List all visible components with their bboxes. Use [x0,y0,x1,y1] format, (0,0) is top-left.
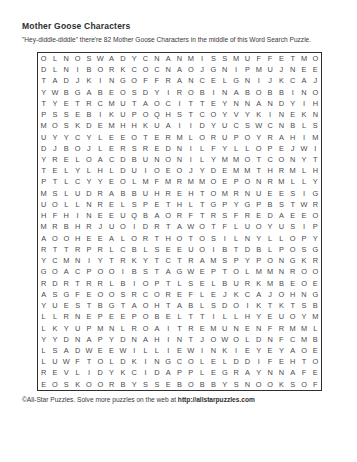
grid-cell: N [276,368,287,379]
grid-cell: B [310,334,321,345]
grid-cell: D [49,278,60,289]
grid-cell: O [72,53,83,64]
grid-cell: E [208,75,219,86]
grid-cell: E [253,210,264,221]
grid-cell: H [151,334,162,345]
grid-cell: L [129,177,140,188]
grid-cell: B [174,379,185,390]
grid-cell: D [140,222,151,233]
grid-cell: A [83,87,94,98]
grid-cell: W [185,222,196,233]
grid-cell: J [276,64,287,75]
grid-cell: L [196,356,207,367]
grid-cell: T [185,98,196,109]
grid-cell: B [95,87,106,98]
grid-cell: B [129,266,140,277]
grid-cell: R [264,177,275,188]
grid-cell: R [106,379,117,390]
grid-cell: E [298,210,309,221]
grid-cell: U [151,120,162,131]
grid-cell: U [230,278,241,289]
grid-cell: E [310,64,321,75]
grid-cell: Q [151,109,162,120]
grid-cell: R [242,210,253,221]
grid-cell: Y [38,87,49,98]
grid-cell: U [49,356,60,367]
grid-cell: C [163,98,174,109]
grid-cell: R [208,132,219,143]
grid-cell: P [230,177,241,188]
grid-cell: W [298,199,309,210]
grid-cell: C [95,98,106,109]
grid-cell: R [208,210,219,221]
grid-cell: Y [276,345,287,356]
grid-cell: N [298,289,309,300]
grid-cell: D [117,334,128,345]
grid-cell: R [140,233,151,244]
grid-cell: Y [49,334,60,345]
grid-cell: J [72,75,83,86]
grid-cell: N [61,53,72,64]
grid-cell: M [106,120,117,131]
grid-cell: F [264,323,275,334]
grid-cell: N [129,334,140,345]
grid-cell: B [129,188,140,199]
grid-cell: A [140,98,151,109]
grid-cell: E [287,278,298,289]
grid-cell: M [287,323,298,334]
grid-cell: T [72,278,83,289]
grid-cell: U [49,300,60,311]
grid-cell: O [140,64,151,75]
grid-cell: J [219,289,230,300]
grid-cell: O [140,323,151,334]
grid-cell: R [163,188,174,199]
grid-cell: E [95,345,106,356]
grid-cell: A [230,87,241,98]
grid-cell: P [230,255,241,266]
grid-cell: L [310,323,321,334]
grid-cell: E [151,143,162,154]
grid-cell: E [298,64,309,75]
grid-cell: O [151,289,162,300]
grid-cell: R [310,255,321,266]
grid-cell: H [242,311,253,322]
grid-cell: H [72,222,83,233]
grid-cell: Y [219,143,230,154]
grid-cell: S [310,120,321,131]
grid-cell: J [264,75,275,86]
grid-cell: M [230,154,241,165]
grid-cell: T [72,98,83,109]
grid-cell: G [61,289,72,300]
grid-cell: I [95,109,106,120]
grid-cell: N [242,98,253,109]
grid-cell: I [298,132,309,143]
grid-cell: C [49,255,60,266]
grid-cell: U [219,132,230,143]
grid-cell: C [72,266,83,277]
grid-cell: R [38,278,49,289]
grid-cell: E [242,345,253,356]
grid-cell: H [95,165,106,176]
page-title: Mother Goose Characters [22,21,131,31]
grid-cell: B [196,379,207,390]
grid-cell: R [185,255,196,266]
grid-cell: L [61,188,72,199]
grid-cell: Y [140,255,151,266]
grid-cell: B [61,143,72,154]
grid-cell: N [106,75,117,86]
grid-cell: K [253,109,264,120]
grid-cell: S [83,53,94,64]
grid-cell: T [129,98,140,109]
grid-cell: A [38,233,49,244]
grid-cell: C [174,356,185,367]
grid-cell: B [117,188,128,199]
grid-cell: I [83,255,94,266]
grid-cell: U [276,222,287,233]
grid-cell: L [38,356,49,367]
grid-cell: N [163,64,174,75]
grid-cell: K [276,75,287,86]
grid-cell: O [140,311,151,322]
grid-cell: T [185,311,196,322]
grid-cell: F [264,356,275,367]
grid-cell: P [174,368,185,379]
grid-cell: W [83,345,94,356]
grid-cell: D [151,368,162,379]
grid-cell: D [61,75,72,86]
grid-cell: K [140,120,151,131]
grid-cell: E [208,289,219,300]
grid-cell: T [174,323,185,334]
grid-cell: K [298,255,309,266]
grid-cell: E [49,368,60,379]
grid-cell: A [174,75,185,86]
grid-cell: I [129,222,140,233]
grid-cell: O [253,222,264,233]
grid-cell: D [196,120,207,131]
grid-cell: N [276,266,287,277]
grid-cell: I [230,64,241,75]
grid-cell: U [106,222,117,233]
grid-cell: I [83,368,94,379]
grid-cell: L [117,233,128,244]
grid-cell: T [49,244,60,255]
grid-cell: D [140,87,151,98]
grid-cell: O [276,154,287,165]
grid-cell: O [151,98,162,109]
grid-cell: D [242,356,253,367]
grid-cell: O [264,379,275,390]
grid-cell: O [83,154,94,165]
grid-cell: I [196,53,207,64]
grid-cell: O [140,278,151,289]
grid-cell: U [276,311,287,322]
grid-cell: C [196,75,207,86]
grid-cell: Y [253,233,264,244]
grid-cell: B [276,278,287,289]
grid-cell: S [174,109,185,120]
grid-cell: O [196,132,207,143]
grid-cell: R [230,188,241,199]
grid-cell: O [163,210,174,221]
grid-cell: R [38,368,49,379]
grid-cell: E [196,266,207,277]
grid-cell: O [230,334,241,345]
grid-cell: P [95,334,106,345]
grid-cell: F [298,368,309,379]
grid-cell: K [49,323,60,334]
grid-cell: E [61,154,72,165]
grid-cell: D [117,356,128,367]
grid-cell: C [106,154,117,165]
grid-cell: E [310,368,321,379]
grid-cell: G [174,266,185,277]
grid-cell: D [264,210,275,221]
grid-cell: P [276,244,287,255]
grid-cell: H [174,199,185,210]
grid-cell: A [253,98,264,109]
grid-cell: F [140,75,151,86]
grid-cell: S [151,379,162,390]
grid-cell: H [163,109,174,120]
grid-cell: T [253,165,264,176]
grid-cell: B [129,154,140,165]
grid-cell: C [264,120,275,131]
grid-cell: Y [242,109,253,120]
grid-cell: O [95,64,106,75]
grid-cell: N [242,379,253,390]
grid-cell: U [72,188,83,199]
grid-cell: L [106,356,117,367]
grid-cell: K [276,300,287,311]
grid-cell: O [298,278,309,289]
grid-cell: E [106,87,117,98]
grid-cell: L [106,165,117,176]
grid-cell: J [95,222,106,233]
grid-cell: J [310,75,321,86]
grid-cell: P [310,222,321,233]
grid-cell: M [287,165,298,176]
grid-cell: E [95,233,106,244]
grid-cell: Y [230,199,241,210]
grid-cell: E [106,345,117,356]
grid-cell: D [72,345,83,356]
grid-cell: B [196,87,207,98]
grid-cell: E [310,345,321,356]
footer-text: ©All-Star Puzzles. Solve more puzzles on… [22,396,178,403]
grid-cell: O [242,154,253,165]
grid-cell: B [242,87,253,98]
grid-cell: E [106,132,117,143]
grid-cell: P [264,143,275,154]
grid-cell: I [253,356,264,367]
grid-cell: M [264,266,275,277]
grid-cell: R [310,199,321,210]
grid-cell: L [117,199,128,210]
grid-cell: B [264,199,275,210]
grid-cell: U [242,53,253,64]
grid-cell: M [140,177,151,188]
grid-cell: A [106,188,117,199]
grid-cell: E [264,188,275,199]
grid-cell: H [287,132,298,143]
grid-cell: O [106,266,117,277]
grid-cell: L [287,177,298,188]
grid-cell: N [276,109,287,120]
grid-cell: O [310,87,321,98]
grid-cell: O [298,345,309,356]
grid-cell: G [72,87,83,98]
grid-cell: L [219,75,230,86]
grid-cell: G [106,300,117,311]
grid-cell: C [230,120,241,131]
grid-cell: O [242,177,253,188]
grid-cell: L [219,311,230,322]
grid-cell: M [242,165,253,176]
grid-cell: S [219,255,230,266]
grid-cell: O [129,233,140,244]
grid-cell: S [129,143,140,154]
grid-cell: S [129,87,140,98]
grid-cell: Y [219,109,230,120]
grid-cell: Y [61,132,72,143]
grid-cell: Q [129,210,140,221]
grid-cell: O [95,379,106,390]
grid-cell: A [83,334,94,345]
grid-cell: E [287,210,298,221]
grid-cell: N [106,323,117,334]
grid-cell: R [163,75,174,86]
grid-cell: L [72,199,83,210]
grid-cell: L [83,165,94,176]
grid-cell: D [117,165,128,176]
grid-cell: G [230,75,241,86]
grid-cell: H [287,289,298,300]
grid-cell: Y [298,154,309,165]
grid-cell: C [129,64,140,75]
grid-cell: Y [253,345,264,356]
grid-cell: L [230,222,241,233]
grid-cell: D [163,143,174,154]
grid-cell: B [129,244,140,255]
grid-cell: O [208,177,219,188]
grid-cell: S [242,120,253,131]
grid-cell: B [95,300,106,311]
grid-cell: T [287,53,298,64]
grid-cell: N [151,356,162,367]
grid-cell: L [38,323,49,334]
grid-cell: O [49,379,60,390]
puzzle-page: Mother Goose Characters "Hey-diddle-didd… [0,0,357,462]
grid-cell: R [129,289,140,300]
grid-cell: O [287,233,298,244]
grid-cell: W [61,356,72,367]
grid-cell: I [129,278,140,289]
grid-cell: L [242,266,253,277]
grid-cell: O [310,356,321,367]
grid-cell: O [38,53,49,64]
grid-cell: F [49,210,60,221]
grid-cell: L [106,244,117,255]
grid-cell: I [163,323,174,334]
grid-cell: H [151,300,162,311]
grid-cell: L [49,311,60,322]
grid-cell: E [264,311,275,322]
grid-cell: L [185,132,196,143]
footer-credit: ©All-Star Puzzles. Solve more puzzles on… [22,396,255,403]
grid-cell: F [151,177,162,188]
grid-cell: E [219,177,230,188]
grid-cell: H [185,188,196,199]
grid-cell: E [276,356,287,367]
grid-cell: O [117,177,128,188]
grid-cell: T [83,300,94,311]
grid-cell: N [208,345,219,356]
grid-cell: A [253,289,264,300]
grid-cell: S [49,188,60,199]
grid-cell: E [208,98,219,109]
grid-cell: S [298,300,309,311]
grid-cell: Y [38,154,49,165]
grid-cell: G [287,255,298,266]
grid-cell: L [49,53,60,64]
grid-cell: U [242,222,253,233]
grid-cell: O [287,311,298,322]
grid-cell: E [219,165,230,176]
grid-cell: L [174,278,185,289]
grid-cell: G [163,356,174,367]
grid-cell: G [310,244,321,255]
grid-cell: N [151,154,162,165]
grid-cell: Y [38,300,49,311]
grid-cell: I [140,165,151,176]
grid-cell: I [163,345,174,356]
grid-cell: V [61,368,72,379]
grid-cell: B [264,87,275,98]
grid-cell: O [83,379,94,390]
grid-cell: D [38,64,49,75]
grid-cell: S [287,188,298,199]
grid-cell: F [72,356,83,367]
grid-cell: R [276,323,287,334]
grid-cell: M [185,53,196,64]
grid-cell: H [72,233,83,244]
grid-cell: P [83,323,94,334]
grid-cell: T [151,233,162,244]
grid-cell: I [208,311,219,322]
grid-cell: P [129,109,140,120]
grid-cell: E [208,356,219,367]
grid-cell: N [264,98,275,109]
grid-cell: O [185,379,196,390]
grid-cell: P [83,244,94,255]
grid-cell: P [38,177,49,188]
grid-cell: A [163,53,174,64]
grid-cell: A [49,75,60,86]
grid-cell: L [61,177,72,188]
grid-cell: Y [61,323,72,334]
grid-cell: F [276,334,287,345]
grid-cell: D [242,244,253,255]
grid-cell: P [219,199,230,210]
grid-cell: N [276,255,287,266]
grid-cell: A [151,210,162,221]
grid-cell: O [151,165,162,176]
grid-cell: J [185,165,196,176]
